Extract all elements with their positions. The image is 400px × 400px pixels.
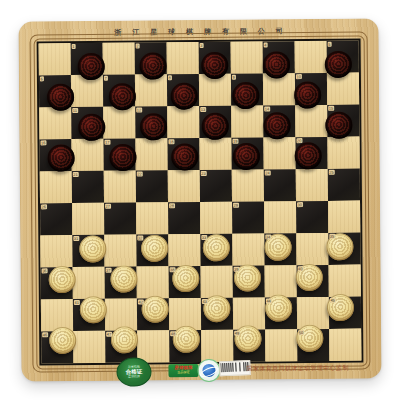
square-number: 37 <box>105 267 111 272</box>
qc-sub-text: 星球棋牌 <box>128 375 140 378</box>
black-man-20[interactable] <box>294 142 321 169</box>
square-33[interactable]: 33 <box>200 234 232 266</box>
black-man-10[interactable] <box>294 81 321 108</box>
square-number: 25 <box>328 169 334 174</box>
square-43[interactable]: 43 <box>201 298 233 330</box>
photo-stage: 浙 江 星 球 棋 牌 有 限 公 司 12345678910111213141… <box>0 0 400 400</box>
square-2[interactable]: 2 <box>135 42 167 74</box>
square-10[interactable]: 10 <box>295 73 327 105</box>
square-19[interactable]: 19 <box>231 137 263 169</box>
qc-certificate-sticker: 质量检验 合格证 星球棋牌 <box>116 357 151 386</box>
square-number: 47 <box>106 331 112 336</box>
square-39[interactable]: 39 <box>233 265 265 297</box>
square-number: 16 <box>40 140 46 145</box>
square-light[interactable] <box>168 170 200 202</box>
square-number: 50 <box>298 330 304 335</box>
square-light[interactable] <box>168 234 200 266</box>
square-light[interactable] <box>40 235 72 267</box>
square-light[interactable] <box>199 138 231 170</box>
square-light[interactable] <box>135 74 167 106</box>
board-grid: 1234567891011121314151617181920212223242… <box>39 41 362 364</box>
square-38[interactable]: 38 <box>169 266 201 298</box>
square-number: 4 <box>263 42 267 47</box>
white-man-47[interactable] <box>110 326 137 353</box>
square-light[interactable] <box>135 138 167 170</box>
square-light[interactable] <box>328 201 360 233</box>
square-light[interactable] <box>73 331 105 363</box>
square-light[interactable] <box>137 266 169 298</box>
square-6[interactable]: 6 <box>39 75 71 107</box>
black-man-6[interactable] <box>46 83 73 110</box>
square-27[interactable]: 27 <box>104 203 136 235</box>
square-24[interactable]: 24 <box>264 169 296 201</box>
square-number: 13 <box>200 106 206 111</box>
square-11[interactable]: 11 <box>71 107 103 139</box>
supervision-text: 国家体育总局棋牌运动管理中心监制 <box>246 364 358 374</box>
square-number: 35 <box>329 233 335 238</box>
white-man-46[interactable] <box>49 326 76 353</box>
square-45[interactable]: 45 <box>329 297 361 329</box>
square-light[interactable] <box>295 41 327 73</box>
square-number: 31 <box>73 236 79 241</box>
square-46[interactable]: 46 <box>41 331 73 363</box>
square-15[interactable]: 15 <box>327 105 359 137</box>
square-41[interactable]: 41 <box>73 299 105 331</box>
square-light[interactable] <box>329 265 361 297</box>
square-35[interactable]: 35 <box>328 233 360 265</box>
square-42[interactable]: 42 <box>137 298 169 330</box>
square-30[interactable]: 30 <box>296 201 328 233</box>
square-26[interactable]: 26 <box>40 203 72 235</box>
square-number: 42 <box>137 299 143 304</box>
square-light[interactable] <box>201 266 233 298</box>
black-man-16[interactable] <box>47 144 74 171</box>
white-man-31[interactable] <box>79 235 106 262</box>
square-number: 17 <box>104 139 110 144</box>
planet-icon <box>202 364 215 377</box>
square-number: 38 <box>169 267 175 272</box>
square-36[interactable]: 36 <box>41 267 73 299</box>
square-number: 49 <box>234 330 240 335</box>
white-man-32[interactable] <box>140 234 167 261</box>
square-number: 12 <box>136 107 142 112</box>
square-number: 10 <box>295 74 301 79</box>
square-light[interactable] <box>265 329 297 361</box>
white-man-38[interactable] <box>172 264 199 291</box>
square-number: 6 <box>39 76 43 81</box>
square-light[interactable] <box>200 202 232 234</box>
square-light[interactable] <box>232 233 264 265</box>
square-light[interactable] <box>167 106 199 138</box>
square-light[interactable] <box>327 73 359 105</box>
square-number: 46 <box>42 332 48 337</box>
square-31[interactable]: 31 <box>72 235 104 267</box>
square-light[interactable] <box>103 107 135 139</box>
square-number: 8 <box>167 75 171 80</box>
square-light[interactable] <box>231 41 263 73</box>
square-light[interactable] <box>264 201 296 233</box>
square-13[interactable]: 13 <box>199 106 231 138</box>
square-23[interactable]: 23 <box>200 170 232 202</box>
square-20[interactable]: 20 <box>295 137 327 169</box>
square-number: 44 <box>265 298 271 303</box>
square-4[interactable]: 4 <box>263 41 295 73</box>
square-9[interactable]: 9 <box>231 73 263 105</box>
black-man-12[interactable] <box>139 113 166 140</box>
square-number: 2 <box>135 43 139 48</box>
square-25[interactable]: 25 <box>328 169 360 201</box>
square-light[interactable] <box>137 330 169 362</box>
square-light[interactable] <box>265 265 297 297</box>
square-light[interactable] <box>136 202 168 234</box>
black-man-2[interactable] <box>139 52 166 79</box>
square-18[interactable]: 18 <box>167 138 199 170</box>
white-man-37[interactable] <box>110 265 137 292</box>
square-number: 29 <box>233 202 239 207</box>
square-light[interactable] <box>39 107 71 139</box>
square-17[interactable]: 17 <box>103 139 135 171</box>
square-number: 32 <box>137 235 143 240</box>
square-light[interactable] <box>329 329 361 361</box>
square-number: 48 <box>170 331 176 336</box>
black-man-3[interactable] <box>201 51 228 78</box>
square-number: 5 <box>327 41 331 46</box>
square-light[interactable] <box>72 203 104 235</box>
black-man-5[interactable] <box>324 50 351 77</box>
square-number: 39 <box>233 266 239 271</box>
square-light[interactable] <box>296 233 328 265</box>
square-light[interactable] <box>73 267 105 299</box>
square-light[interactable] <box>103 43 135 75</box>
square-21[interactable]: 21 <box>72 171 104 203</box>
square-12[interactable]: 12 <box>135 106 167 138</box>
square-number: 33 <box>201 234 207 239</box>
square-number: 15 <box>328 105 334 110</box>
square-50[interactable]: 50 <box>297 329 329 361</box>
draughts-board: 浙 江 星 球 棋 牌 有 限 公 司 12345678910111213141… <box>18 18 381 381</box>
square-44[interactable]: 44 <box>265 297 297 329</box>
square-light[interactable] <box>104 171 136 203</box>
square-34[interactable]: 34 <box>264 233 296 265</box>
square-light[interactable] <box>231 105 263 137</box>
black-man-13[interactable] <box>201 112 228 139</box>
planet-orbit-logo-icon <box>197 359 220 382</box>
square-light[interactable] <box>104 235 136 267</box>
square-light[interactable] <box>327 137 359 169</box>
square-light[interactable] <box>71 75 103 107</box>
square-number: 43 <box>201 298 207 303</box>
black-man-11[interactable] <box>78 113 105 140</box>
black-man-4[interactable] <box>262 51 289 78</box>
black-man-7[interactable] <box>108 83 135 110</box>
square-light[interactable] <box>39 43 71 75</box>
square-light[interactable] <box>201 330 233 362</box>
black-man-15[interactable] <box>325 111 352 138</box>
square-22[interactable]: 22 <box>136 170 168 202</box>
white-man-42[interactable] <box>141 295 168 322</box>
white-man-50[interactable] <box>296 324 323 351</box>
black-man-18[interactable] <box>171 143 198 170</box>
square-7[interactable]: 7 <box>103 75 135 107</box>
square-number: 26 <box>41 204 47 209</box>
square-number: 3 <box>199 42 203 47</box>
black-man-17[interactable] <box>109 143 136 170</box>
black-man-14[interactable] <box>263 112 290 139</box>
square-light[interactable] <box>232 169 264 201</box>
square-light[interactable] <box>71 139 103 171</box>
square-40[interactable]: 40 <box>297 265 329 297</box>
square-29[interactable]: 29 <box>232 201 264 233</box>
square-light[interactable] <box>295 105 327 137</box>
square-light[interactable] <box>199 74 231 106</box>
square-number: 22 <box>136 171 142 176</box>
black-man-9[interactable] <box>232 81 259 108</box>
square-number: 41 <box>73 300 79 305</box>
square-28[interactable]: 28 <box>168 202 200 234</box>
square-light[interactable] <box>167 42 199 74</box>
play-area: 1234567891011121314151617181920212223242… <box>37 39 364 366</box>
black-man-19[interactable] <box>232 142 259 169</box>
brand-label: 星球棋牌 正品保证 <box>168 364 198 377</box>
square-number: 11 <box>72 108 78 113</box>
square-light[interactable] <box>263 73 295 105</box>
square-16[interactable]: 16 <box>39 139 71 171</box>
square-number: 19 <box>232 138 238 143</box>
black-man-8[interactable] <box>170 82 197 109</box>
square-number: 21 <box>72 172 78 177</box>
square-8[interactable]: 8 <box>167 74 199 106</box>
square-number: 7 <box>103 75 107 80</box>
white-man-41[interactable] <box>79 296 106 323</box>
square-37[interactable]: 37 <box>105 267 137 299</box>
square-number: 23 <box>200 170 206 175</box>
square-49[interactable]: 49 <box>233 329 265 361</box>
square-number: 1 <box>71 44 75 49</box>
white-man-49[interactable] <box>234 325 261 352</box>
square-light[interactable] <box>40 171 72 203</box>
square-light[interactable] <box>263 137 295 169</box>
square-number: 18 <box>168 139 174 144</box>
white-man-48[interactable] <box>172 325 199 352</box>
white-man-36[interactable] <box>48 265 75 292</box>
square-number: 36 <box>41 268 47 273</box>
brand-label-line2: 正品保证 <box>177 371 189 374</box>
square-48[interactable]: 48 <box>169 330 201 362</box>
square-number: 20 <box>296 138 302 143</box>
square-1[interactable]: 1 <box>71 43 103 75</box>
square-light[interactable] <box>296 169 328 201</box>
square-number: 30 <box>297 202 303 207</box>
black-man-1[interactable] <box>77 52 104 79</box>
square-number: 14 <box>264 106 270 111</box>
square-number: 9 <box>231 74 235 79</box>
square-3[interactable]: 3 <box>199 42 231 74</box>
square-number: 28 <box>169 203 175 208</box>
square-number: 40 <box>297 266 303 271</box>
square-number: 27 <box>105 203 111 208</box>
square-number: 34 <box>265 234 271 239</box>
square-number: 24 <box>264 170 270 175</box>
square-32[interactable]: 32 <box>136 234 168 266</box>
square-5[interactable]: 5 <box>327 41 359 73</box>
square-14[interactable]: 14 <box>263 105 295 137</box>
square-number: 45 <box>329 297 335 302</box>
